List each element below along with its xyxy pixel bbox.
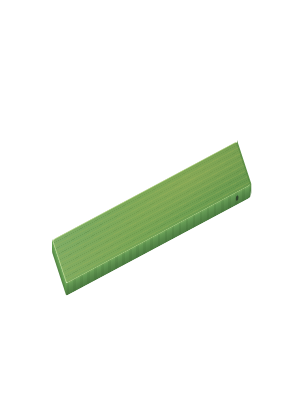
product-photo bbox=[0, 0, 300, 400]
wood-knot bbox=[236, 195, 239, 201]
game-tray bbox=[0, 0, 300, 400]
